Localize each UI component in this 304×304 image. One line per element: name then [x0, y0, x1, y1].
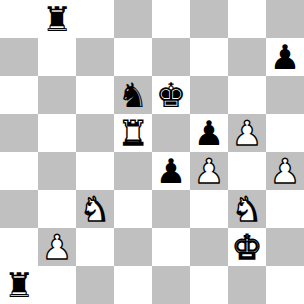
square-e2[interactable] — [152, 228, 190, 266]
square-e4[interactable]: ♟ — [152, 152, 190, 190]
white-knight-piece: ♞ — [228, 190, 266, 228]
square-c2[interactable] — [76, 228, 114, 266]
square-f2[interactable] — [190, 228, 228, 266]
square-g4[interactable] — [228, 152, 266, 190]
square-c1[interactable] — [76, 266, 114, 304]
white-pawn-piece: ♟ — [228, 114, 266, 152]
square-f6[interactable] — [190, 76, 228, 114]
square-g2[interactable]: ♚ — [228, 228, 266, 266]
square-b2[interactable]: ♟ — [38, 228, 76, 266]
square-a5[interactable] — [0, 114, 38, 152]
square-d8[interactable] — [114, 0, 152, 38]
square-h3[interactable] — [266, 190, 304, 228]
white-pawn-piece: ♟ — [190, 152, 228, 190]
black-knight-piece: ♞ — [114, 76, 152, 114]
square-b8[interactable]: ♜ — [38, 0, 76, 38]
square-a1[interactable]: ♜ — [0, 266, 38, 304]
square-g5[interactable]: ♟ — [228, 114, 266, 152]
square-b6[interactable] — [38, 76, 76, 114]
square-h1[interactable] — [266, 266, 304, 304]
square-d7[interactable] — [114, 38, 152, 76]
white-pawn-piece: ♟ — [266, 152, 304, 190]
square-e8[interactable] — [152, 0, 190, 38]
square-a6[interactable] — [0, 76, 38, 114]
square-e5[interactable] — [152, 114, 190, 152]
square-e3[interactable] — [152, 190, 190, 228]
square-d6[interactable]: ♞ — [114, 76, 152, 114]
square-c4[interactable] — [76, 152, 114, 190]
square-e1[interactable] — [152, 266, 190, 304]
square-b5[interactable] — [38, 114, 76, 152]
square-h2[interactable] — [266, 228, 304, 266]
square-f5[interactable]: ♟ — [190, 114, 228, 152]
square-e7[interactable] — [152, 38, 190, 76]
square-h4[interactable]: ♟ — [266, 152, 304, 190]
square-e6[interactable]: ♚ — [152, 76, 190, 114]
black-rook-piece: ♜ — [38, 0, 76, 38]
square-d2[interactable] — [114, 228, 152, 266]
square-f1[interactable] — [190, 266, 228, 304]
square-h6[interactable] — [266, 76, 304, 114]
square-g3[interactable]: ♞ — [228, 190, 266, 228]
black-king-piece: ♚ — [152, 76, 190, 114]
square-b4[interactable] — [38, 152, 76, 190]
square-a7[interactable] — [0, 38, 38, 76]
chess-board: ♜♟♞♚♜♟♟♟♟♟♞♞♟♚♜ — [0, 0, 304, 304]
square-a2[interactable] — [0, 228, 38, 266]
square-c7[interactable] — [76, 38, 114, 76]
square-f3[interactable] — [190, 190, 228, 228]
white-rook-piece: ♜ — [114, 114, 152, 152]
square-a8[interactable] — [0, 0, 38, 38]
square-c6[interactable] — [76, 76, 114, 114]
square-g8[interactable] — [228, 0, 266, 38]
black-pawn-piece: ♟ — [266, 38, 304, 76]
square-d1[interactable] — [114, 266, 152, 304]
white-pawn-piece: ♟ — [38, 228, 76, 266]
black-pawn-piece: ♟ — [190, 114, 228, 152]
square-d4[interactable] — [114, 152, 152, 190]
square-c8[interactable] — [76, 0, 114, 38]
square-b1[interactable] — [38, 266, 76, 304]
square-c3[interactable]: ♞ — [76, 190, 114, 228]
square-d5[interactable]: ♜ — [114, 114, 152, 152]
square-g7[interactable] — [228, 38, 266, 76]
square-h5[interactable] — [266, 114, 304, 152]
black-pawn-piece: ♟ — [152, 152, 190, 190]
square-b7[interactable] — [38, 38, 76, 76]
square-f7[interactable] — [190, 38, 228, 76]
square-c5[interactable] — [76, 114, 114, 152]
black-rook-piece: ♜ — [0, 266, 38, 304]
square-a3[interactable] — [0, 190, 38, 228]
white-king-piece: ♚ — [228, 228, 266, 266]
square-b3[interactable] — [38, 190, 76, 228]
white-knight-piece: ♞ — [76, 190, 114, 228]
square-g6[interactable] — [228, 76, 266, 114]
square-a4[interactable] — [0, 152, 38, 190]
square-f8[interactable] — [190, 0, 228, 38]
square-g1[interactable] — [228, 266, 266, 304]
square-h7[interactable]: ♟ — [266, 38, 304, 76]
square-d3[interactable] — [114, 190, 152, 228]
square-f4[interactable]: ♟ — [190, 152, 228, 190]
square-h8[interactable] — [266, 0, 304, 38]
